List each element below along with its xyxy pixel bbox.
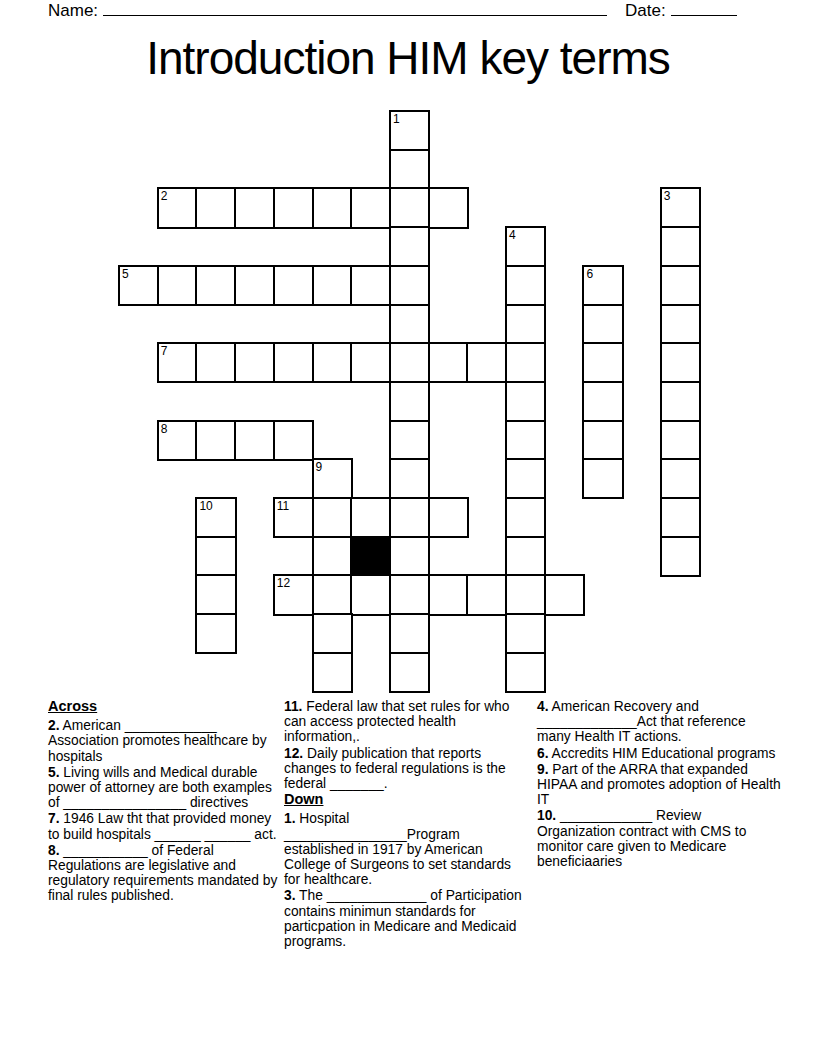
clue-text: Accredits HIM Educational programs bbox=[549, 746, 776, 761]
crossword-cell[interactable] bbox=[389, 458, 430, 499]
clue-column-1: Across2. American ____________ Associati… bbox=[48, 699, 281, 905]
crossword-cell[interactable] bbox=[660, 265, 701, 306]
crossword-cell[interactable] bbox=[466, 574, 507, 615]
crossword-cell[interactable] bbox=[660, 458, 701, 499]
crossword-cell[interactable] bbox=[466, 342, 507, 383]
crossword-cell[interactable] bbox=[312, 187, 353, 228]
clue-number: 7 bbox=[161, 345, 168, 357]
crossword-cell[interactable] bbox=[505, 381, 546, 422]
crossword-cell[interactable] bbox=[389, 265, 430, 306]
crossword-cell[interactable] bbox=[234, 420, 275, 461]
crossword-cell[interactable] bbox=[389, 304, 430, 345]
crossword-cell[interactable] bbox=[660, 304, 701, 345]
clue-text: ____________ Review Organization contrac… bbox=[537, 808, 746, 869]
crossword-cell[interactable] bbox=[350, 342, 391, 383]
crossword-cell[interactable] bbox=[660, 226, 701, 267]
clue-down-1: 1. Hospital ________________Program esta… bbox=[284, 811, 528, 887]
crossword-cell[interactable] bbox=[582, 458, 623, 499]
crossword-cell[interactable] bbox=[582, 304, 623, 345]
crossword-cell[interactable] bbox=[389, 381, 430, 422]
crossword-cell[interactable] bbox=[428, 187, 469, 228]
clue-column-3: 4. American Recovery and _____________Ac… bbox=[537, 699, 781, 870]
crossword-cell[interactable] bbox=[350, 497, 391, 538]
blocked-cell bbox=[350, 536, 391, 577]
crossword-cell[interactable] bbox=[389, 613, 430, 654]
crossword-cell[interactable] bbox=[505, 574, 546, 615]
crossword-cell[interactable] bbox=[428, 574, 469, 615]
clue-number: 10 bbox=[199, 500, 212, 512]
clue-across-8: 8. ___________ of Federal Regulations ar… bbox=[48, 843, 281, 904]
crossword-cell[interactable] bbox=[389, 536, 430, 577]
clue-number: 3 bbox=[664, 190, 671, 202]
clue-number-label: 1. bbox=[284, 811, 296, 826]
crossword-cell[interactable] bbox=[195, 265, 236, 306]
clue-number-label: 10. bbox=[537, 808, 556, 823]
clue-number-label: 8. bbox=[48, 843, 60, 858]
crossword-cell[interactable] bbox=[312, 265, 353, 306]
crossword-cell[interactable] bbox=[273, 342, 314, 383]
crossword-cell[interactable] bbox=[350, 265, 391, 306]
name-label: Name: bbox=[48, 1, 98, 21]
clue-number: 5 bbox=[122, 268, 129, 280]
clue-down-10: 10. ____________ Review Organization con… bbox=[537, 808, 781, 869]
clue-across-11: 11. Federal law that set rules for who c… bbox=[284, 699, 528, 745]
crossword-cell[interactable] bbox=[505, 265, 546, 306]
clue-across-12: 12. Daily publication that reports chang… bbox=[284, 746, 528, 792]
clue-number-label: 4. bbox=[537, 699, 549, 714]
crossword-cell[interactable] bbox=[582, 420, 623, 461]
crossword-cell[interactable] bbox=[660, 381, 701, 422]
crossword-cell[interactable] bbox=[428, 497, 469, 538]
crossword-cell[interactable] bbox=[273, 265, 314, 306]
crossword-cell[interactable] bbox=[312, 652, 353, 693]
crossword-cell[interactable] bbox=[505, 536, 546, 577]
crossword-cell[interactable] bbox=[582, 342, 623, 383]
crossword-cell[interactable] bbox=[312, 613, 353, 654]
crossword-cell[interactable] bbox=[350, 574, 391, 615]
crossword-cell[interactable] bbox=[505, 497, 546, 538]
crossword-cell[interactable] bbox=[544, 574, 585, 615]
clue-down-3: 3. The _____________ of Participation co… bbox=[284, 888, 528, 949]
clue-number-label: 11. bbox=[284, 699, 302, 714]
crossword-cell[interactable] bbox=[505, 304, 546, 345]
down-header: Down bbox=[284, 792, 528, 807]
crossword-cell[interactable] bbox=[273, 420, 314, 461]
crossword-cell[interactable] bbox=[195, 574, 236, 615]
crossword-cell[interactable] bbox=[234, 187, 275, 228]
clue-across-2: 2. American ____________ Association pro… bbox=[48, 718, 281, 764]
crossword-cell[interactable] bbox=[389, 226, 430, 267]
crossword-cell[interactable] bbox=[389, 342, 430, 383]
clue-column-2: 11. Federal law that set rules for who c… bbox=[284, 699, 528, 950]
across-header: Across bbox=[48, 699, 281, 714]
clue-number: 2 bbox=[161, 190, 168, 202]
clue-down-4: 4. American Recovery and _____________Ac… bbox=[537, 699, 781, 745]
crossword-cell[interactable] bbox=[312, 342, 353, 383]
crossword-cell[interactable] bbox=[505, 652, 546, 693]
clue-number: 9 bbox=[316, 461, 323, 473]
crossword-cell[interactable] bbox=[428, 342, 469, 383]
crossword-cell[interactable] bbox=[195, 420, 236, 461]
clue-text: American Recovery and _____________Act t… bbox=[537, 699, 746, 744]
crossword-cell[interactable] bbox=[660, 536, 701, 577]
date-input-line[interactable] bbox=[671, 0, 737, 16]
crossword-cell[interactable] bbox=[582, 381, 623, 422]
crossword-grid: 123456789101112 bbox=[118, 110, 701, 693]
clue-text: Hospital ________________Program establi… bbox=[284, 811, 511, 887]
page-title: Introduction HIM key terms bbox=[0, 31, 816, 85]
clue-text: The _____________ of Participation conta… bbox=[284, 888, 522, 949]
crossword-cell[interactable] bbox=[234, 342, 275, 383]
clue-number-label: 6. bbox=[537, 746, 549, 761]
crossword-cell[interactable] bbox=[234, 265, 275, 306]
crossword-cell[interactable] bbox=[505, 342, 546, 383]
clue-number: 11 bbox=[277, 500, 289, 512]
crossword-cell[interactable] bbox=[195, 536, 236, 577]
crossword-cell[interactable] bbox=[389, 574, 430, 615]
clue-text: Part of the ARRA that expanded HIPAA and… bbox=[537, 762, 781, 807]
clue-text: 1946 Law tht that provided money to buil… bbox=[48, 811, 277, 841]
clue-down-9: 9. Part of the ARRA that expanded HIPAA … bbox=[537, 762, 781, 808]
clue-text: American ____________ Association promot… bbox=[48, 718, 267, 763]
crossword-cell[interactable] bbox=[389, 420, 430, 461]
crossword-cell[interactable] bbox=[312, 497, 353, 538]
crossword-cell[interactable] bbox=[312, 536, 353, 577]
clue-text: Daily publication that reports changes t… bbox=[284, 746, 506, 791]
crossword-cell[interactable] bbox=[505, 613, 546, 654]
crossword-cell[interactable] bbox=[195, 613, 236, 654]
date-label: Date: bbox=[625, 1, 666, 21]
clue-number-label: 5. bbox=[48, 765, 60, 780]
crossword-cell[interactable] bbox=[505, 458, 546, 499]
crossword-cell[interactable] bbox=[195, 187, 236, 228]
clue-across-5: 5. Living wills and Medical durable powe… bbox=[48, 765, 281, 811]
crossword-cell[interactable] bbox=[195, 342, 236, 383]
crossword-cell[interactable] bbox=[389, 149, 430, 190]
clue-number: 6 bbox=[586, 268, 593, 280]
crossword-cell[interactable] bbox=[505, 420, 546, 461]
crossword-cell[interactable] bbox=[389, 497, 430, 538]
clue-across-7: 7. 1946 Law tht that provided money to b… bbox=[48, 811, 281, 841]
crossword-cell[interactable] bbox=[660, 497, 701, 538]
clue-text: ___________ of Federal Regulations are l… bbox=[48, 843, 277, 904]
crossword-cell[interactable] bbox=[660, 420, 701, 461]
clue-number: 1 bbox=[393, 113, 400, 125]
crossword-cell[interactable] bbox=[273, 187, 314, 228]
clue-number: 12 bbox=[277, 577, 290, 589]
clue-number-label: 3. bbox=[284, 888, 296, 903]
clue-number: 8 bbox=[161, 423, 168, 435]
clue-text: Federal law that set rules for who can a… bbox=[284, 699, 509, 744]
crossword-cell[interactable] bbox=[157, 265, 198, 306]
clue-number-label: 2. bbox=[48, 718, 60, 733]
clue-number-label: 7. bbox=[48, 811, 60, 826]
clue-number-label: 9. bbox=[537, 762, 549, 777]
crossword-cell[interactable] bbox=[389, 187, 430, 228]
clue-number: 4 bbox=[509, 229, 516, 241]
name-input-line[interactable] bbox=[103, 0, 607, 16]
clue-number-label: 12. bbox=[284, 746, 303, 761]
clue-down-6: 6. Accredits HIM Educational programs bbox=[537, 746, 781, 761]
crossword-cell[interactable] bbox=[350, 187, 391, 228]
crossword-cell[interactable] bbox=[660, 342, 701, 383]
clue-text: Living wills and Medical durable power o… bbox=[48, 765, 272, 810]
crossword-cell[interactable] bbox=[312, 574, 353, 615]
crossword-cell[interactable] bbox=[389, 652, 430, 693]
